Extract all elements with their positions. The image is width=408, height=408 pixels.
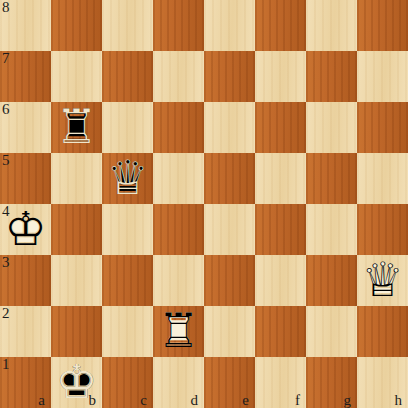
square-e2[interactable] bbox=[204, 306, 255, 357]
square-g5[interactable] bbox=[306, 153, 357, 204]
square-e7[interactable] bbox=[204, 51, 255, 102]
square-h4[interactable] bbox=[357, 204, 408, 255]
square-b7[interactable] bbox=[51, 51, 102, 102]
rank-label-8: 8 bbox=[2, 0, 10, 16]
file-label-e: e bbox=[242, 393, 249, 408]
square-e6[interactable] bbox=[204, 102, 255, 153]
square-a5[interactable]: 5 bbox=[0, 153, 51, 204]
square-g1[interactable]: g bbox=[306, 357, 357, 408]
square-e8[interactable] bbox=[204, 0, 255, 51]
square-d1[interactable]: d bbox=[153, 357, 204, 408]
white-king-outline-glyph: ♔ bbox=[4, 205, 46, 252]
square-c3[interactable] bbox=[102, 255, 153, 306]
square-d6[interactable] bbox=[153, 102, 204, 153]
square-d7[interactable] bbox=[153, 51, 204, 102]
square-f1[interactable]: f bbox=[255, 357, 306, 408]
file-label-a: a bbox=[38, 393, 45, 408]
square-g8[interactable] bbox=[306, 0, 357, 51]
file-label-g: g bbox=[344, 393, 352, 408]
square-d3[interactable] bbox=[153, 255, 204, 306]
square-a1[interactable]: 1a bbox=[0, 357, 51, 408]
black-rook-b6[interactable]: ♜♖ bbox=[51, 102, 102, 153]
square-d4[interactable] bbox=[153, 204, 204, 255]
square-a8[interactable]: 8 bbox=[0, 0, 51, 51]
square-e1[interactable]: e bbox=[204, 357, 255, 408]
square-c4[interactable] bbox=[102, 204, 153, 255]
file-label-c: c bbox=[140, 393, 147, 408]
square-h7[interactable] bbox=[357, 51, 408, 102]
square-h5[interactable] bbox=[357, 153, 408, 204]
white-queen-outline-glyph: ♕ bbox=[361, 256, 403, 303]
rank-label-7: 7 bbox=[2, 51, 10, 67]
square-b3[interactable] bbox=[51, 255, 102, 306]
square-b5[interactable] bbox=[51, 153, 102, 204]
square-g6[interactable] bbox=[306, 102, 357, 153]
black-queen-c5[interactable]: ♛♕ bbox=[102, 153, 153, 204]
square-c7[interactable] bbox=[102, 51, 153, 102]
square-h6[interactable] bbox=[357, 102, 408, 153]
square-g2[interactable] bbox=[306, 306, 357, 357]
square-g3[interactable] bbox=[306, 255, 357, 306]
rank-label-2: 2 bbox=[2, 306, 10, 322]
square-b8[interactable] bbox=[51, 0, 102, 51]
square-f8[interactable] bbox=[255, 0, 306, 51]
square-h1[interactable]: h bbox=[357, 357, 408, 408]
rank-label-1: 1 bbox=[2, 357, 10, 373]
square-d8[interactable] bbox=[153, 0, 204, 51]
black-king-outline-glyph: ♔ bbox=[55, 358, 97, 405]
square-a2[interactable]: 2 bbox=[0, 306, 51, 357]
black-queen-outline-glyph: ♕ bbox=[106, 154, 148, 201]
square-h8[interactable] bbox=[357, 0, 408, 51]
square-a7[interactable]: 7 bbox=[0, 51, 51, 102]
chess-board-wrap: 876♜♖5♛♕4♚♔3♛♕2♜♖1ab♚♔cdefgh bbox=[0, 0, 408, 408]
square-d2[interactable]: ♜♖ bbox=[153, 306, 204, 357]
square-c6[interactable] bbox=[102, 102, 153, 153]
chess-board: 876♜♖5♛♕4♚♔3♛♕2♜♖1ab♚♔cdefgh bbox=[0, 0, 408, 408]
square-c2[interactable] bbox=[102, 306, 153, 357]
square-d5[interactable] bbox=[153, 153, 204, 204]
square-f4[interactable] bbox=[255, 204, 306, 255]
square-h3[interactable]: ♛♕ bbox=[357, 255, 408, 306]
square-f7[interactable] bbox=[255, 51, 306, 102]
file-label-h: h bbox=[395, 393, 403, 408]
file-label-d: d bbox=[191, 393, 199, 408]
white-rook-d2[interactable]: ♜♖ bbox=[153, 306, 204, 357]
square-b4[interactable] bbox=[51, 204, 102, 255]
square-f5[interactable] bbox=[255, 153, 306, 204]
rank-label-6: 6 bbox=[2, 102, 10, 118]
square-f3[interactable] bbox=[255, 255, 306, 306]
square-h2[interactable] bbox=[357, 306, 408, 357]
white-king-a4[interactable]: ♚♔ bbox=[0, 204, 51, 255]
square-c1[interactable]: c bbox=[102, 357, 153, 408]
square-f6[interactable] bbox=[255, 102, 306, 153]
white-rook-outline-glyph: ♖ bbox=[157, 307, 199, 354]
white-queen-h3[interactable]: ♛♕ bbox=[357, 255, 408, 306]
rank-label-3: 3 bbox=[2, 255, 10, 271]
file-label-f: f bbox=[295, 393, 300, 408]
square-g4[interactable] bbox=[306, 204, 357, 255]
square-b2[interactable] bbox=[51, 306, 102, 357]
black-rook-outline-glyph: ♖ bbox=[55, 103, 97, 150]
square-f2[interactable] bbox=[255, 306, 306, 357]
square-e4[interactable] bbox=[204, 204, 255, 255]
square-c5[interactable]: ♛♕ bbox=[102, 153, 153, 204]
black-king-b1[interactable]: ♚♔ bbox=[51, 357, 102, 408]
square-b1[interactable]: b♚♔ bbox=[51, 357, 102, 408]
square-g7[interactable] bbox=[306, 51, 357, 102]
square-a3[interactable]: 3 bbox=[0, 255, 51, 306]
rank-label-5: 5 bbox=[2, 153, 10, 169]
square-b6[interactable]: ♜♖ bbox=[51, 102, 102, 153]
square-e3[interactable] bbox=[204, 255, 255, 306]
square-a6[interactable]: 6 bbox=[0, 102, 51, 153]
square-a4[interactable]: 4♚♔ bbox=[0, 204, 51, 255]
square-c8[interactable] bbox=[102, 0, 153, 51]
square-e5[interactable] bbox=[204, 153, 255, 204]
